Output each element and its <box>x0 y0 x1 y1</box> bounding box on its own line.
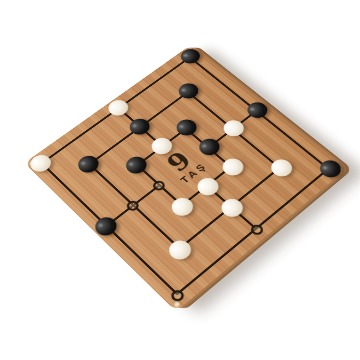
board-tilt: 9 TAŞ ○○●●●●●○●●●○●○○○○○○● <box>24 45 346 311</box>
empty-point-ring <box>150 179 166 193</box>
product-photo-scene: 9 TAŞ ○○●●●●●○●●●○●○○○○○○● <box>0 0 360 360</box>
empty-point-ring <box>124 199 140 213</box>
empty-point-ring <box>248 223 265 237</box>
morris-board: 9 TAŞ ○○●●●●●○●●●○●○○○○○○● <box>24 45 346 311</box>
board-perspective-wrapper: 9 TAŞ ○○●●●●●○●●●○●○○○○○○● <box>0 0 360 360</box>
empty-point-ring <box>168 288 186 304</box>
